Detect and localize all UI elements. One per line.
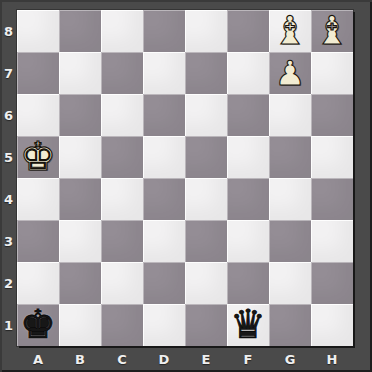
square-d6[interactable] — [143, 94, 185, 136]
rank-label-4: 4 — [0, 178, 17, 220]
file-label-a: A — [17, 346, 59, 372]
square-c5[interactable] — [101, 136, 143, 178]
square-g4[interactable] — [269, 178, 311, 220]
file-labels: ABCDEFGH — [17, 346, 353, 372]
square-b3[interactable] — [59, 220, 101, 262]
file-label-e: E — [185, 346, 227, 372]
square-f1[interactable]: ♛ — [227, 304, 269, 346]
square-b5[interactable] — [59, 136, 101, 178]
square-h6[interactable] — [311, 94, 353, 136]
square-h4[interactable] — [311, 178, 353, 220]
square-e6[interactable] — [185, 94, 227, 136]
square-g8[interactable]: ♝ — [269, 10, 311, 52]
square-d7[interactable] — [143, 52, 185, 94]
rank-label-3: 3 — [0, 220, 17, 262]
square-e3[interactable] — [185, 220, 227, 262]
file-label-b: B — [59, 346, 101, 372]
file-label-g: G — [269, 346, 311, 372]
square-f3[interactable] — [227, 220, 269, 262]
square-h3[interactable] — [311, 220, 353, 262]
square-g2[interactable] — [269, 262, 311, 304]
square-a6[interactable] — [17, 94, 59, 136]
white-bishop-h8[interactable]: ♝ — [315, 11, 350, 50]
square-c7[interactable] — [101, 52, 143, 94]
square-c4[interactable] — [101, 178, 143, 220]
white-bishop-g8[interactable]: ♝ — [273, 11, 308, 50]
square-b7[interactable] — [59, 52, 101, 94]
square-d1[interactable] — [143, 304, 185, 346]
rank-label-8: 8 — [0, 10, 17, 52]
square-d5[interactable] — [143, 136, 185, 178]
square-e4[interactable] — [185, 178, 227, 220]
square-d2[interactable] — [143, 262, 185, 304]
black-king-a1[interactable]: ♚ — [20, 304, 56, 344]
square-g1[interactable] — [269, 304, 311, 346]
chess-diagram: 87654321 ♝♝♟♚♚♛ ABCDEFGH — [0, 0, 372, 372]
chess-board: ♝♝♟♚♚♛ — [17, 10, 353, 346]
file-label-h: H — [311, 346, 353, 372]
rank-labels: 87654321 — [0, 10, 17, 346]
square-h8[interactable]: ♝ — [311, 10, 353, 52]
square-d8[interactable] — [143, 10, 185, 52]
square-h7[interactable] — [311, 52, 353, 94]
square-a4[interactable] — [17, 178, 59, 220]
square-a2[interactable] — [17, 262, 59, 304]
square-h5[interactable] — [311, 136, 353, 178]
square-b8[interactable] — [59, 10, 101, 52]
square-e2[interactable] — [185, 262, 227, 304]
square-c2[interactable] — [101, 262, 143, 304]
square-b2[interactable] — [59, 262, 101, 304]
square-c3[interactable] — [101, 220, 143, 262]
square-f5[interactable] — [227, 136, 269, 178]
square-b4[interactable] — [59, 178, 101, 220]
square-g7[interactable]: ♟ — [269, 52, 311, 94]
rank-label-7: 7 — [0, 52, 17, 94]
square-c6[interactable] — [101, 94, 143, 136]
file-label-c: C — [101, 346, 143, 372]
square-f6[interactable] — [227, 94, 269, 136]
file-label-f: F — [227, 346, 269, 372]
square-e8[interactable] — [185, 10, 227, 52]
rank-label-1: 1 — [0, 304, 17, 346]
square-f8[interactable] — [227, 10, 269, 52]
square-d4[interactable] — [143, 178, 185, 220]
square-e5[interactable] — [185, 136, 227, 178]
square-a5[interactable]: ♚ — [17, 136, 59, 178]
square-a1[interactable]: ♚ — [17, 304, 59, 346]
square-e7[interactable] — [185, 52, 227, 94]
square-a8[interactable] — [17, 10, 59, 52]
square-e1[interactable] — [185, 304, 227, 346]
square-c8[interactable] — [101, 10, 143, 52]
square-h1[interactable] — [311, 304, 353, 346]
square-a7[interactable] — [17, 52, 59, 94]
square-d3[interactable] — [143, 220, 185, 262]
white-pawn-g7[interactable]: ♟ — [275, 56, 305, 90]
square-f7[interactable] — [227, 52, 269, 94]
square-g3[interactable] — [269, 220, 311, 262]
black-queen-f1[interactable]: ♛ — [230, 304, 266, 344]
rank-label-6: 6 — [0, 94, 17, 136]
square-g5[interactable] — [269, 136, 311, 178]
square-g6[interactable] — [269, 94, 311, 136]
square-b1[interactable] — [59, 304, 101, 346]
rank-label-2: 2 — [0, 262, 17, 304]
square-c1[interactable] — [101, 304, 143, 346]
square-a3[interactable] — [17, 220, 59, 262]
rank-label-5: 5 — [0, 136, 17, 178]
square-h2[interactable] — [311, 262, 353, 304]
white-king-a5[interactable]: ♚ — [20, 136, 56, 176]
file-label-d: D — [143, 346, 185, 372]
square-b6[interactable] — [59, 94, 101, 136]
square-f4[interactable] — [227, 178, 269, 220]
square-f2[interactable] — [227, 262, 269, 304]
